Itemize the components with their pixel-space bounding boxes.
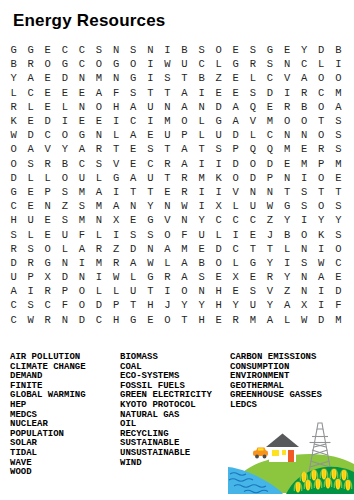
grid-cell-r10c17: N [279,171,296,185]
grid-cell-r19c15: U [244,298,261,312]
grid-cell-r1c4: C [56,43,73,57]
grid-cell-r14c11: F [176,227,193,241]
word-list-column-1: AIR POLLUTIONCLIMATE CHANGEDEMANDFINITEG… [10,353,86,478]
grid-cell-r13c8: E [125,213,142,227]
grid-cell-r16c9: W [142,256,159,270]
grid-cell-r3c1: Y [5,71,22,85]
grid-cell-r7c6: N [90,128,107,142]
grid-cell-r10c3: L [39,171,56,185]
grid-cell-r13c4: S [56,213,73,227]
grid-cell-r2c12: C [193,57,210,71]
grid-cell-r19c8: T [125,298,142,312]
house-icon [266,434,299,463]
grid-cell-r5c1: R [5,100,22,114]
grid-cell-r7c4: O [56,128,73,142]
grid-cell-r3c5: N [73,71,90,85]
grid-cell-r19c3: C [39,298,56,312]
grid-cell-r1c10: I [159,43,176,57]
grid-cell-r11c4: S [56,185,73,199]
grid-cell-r17c12: S [193,270,210,284]
grid-cell-r10c18: I [296,171,313,185]
grid-cell-r2c13: L [210,57,227,71]
grid-cell-r19c12: Y [193,298,210,312]
grid-cell-r7c12: L [193,128,210,142]
grid-cell-r11c13: I [210,185,227,199]
grid-cell-r13c12: Y [193,213,210,227]
grid-cell-r14c4: U [56,227,73,241]
grid-cell-r19c6: D [90,298,107,312]
grid-cell-r10c12: M [193,171,210,185]
grid-cell-r7c15: L [244,128,261,142]
grid-cell-r17c5: N [73,270,90,284]
grid-cell-r2c18: C [296,57,313,71]
grid-cell-r2c4: G [56,57,73,71]
grid-cell-r18c11: O [176,284,193,298]
grid-cell-r12c2: E [22,199,39,213]
grid-cell-r19c17: A [279,298,296,312]
grid-cell-r10c4: O [56,171,73,185]
grid-cell-r16c1: D [5,256,22,270]
grid-cell-r9c14: D [227,157,244,171]
grid-cell-r5c12: N [193,100,210,114]
grid-cell-r17c16: R [261,270,278,284]
grid-cell-r1c5: C [73,43,90,57]
grid-cell-r4c16: D [261,86,278,100]
word-list-item: LEDCS [230,401,322,411]
grid-cell-r16c13: O [210,256,227,270]
grid-cell-r10c1: D [5,171,22,185]
grid-cell-r9c11: A [176,157,193,171]
grid-cell-r8c16: Q [261,142,278,156]
grid-cell-r19c14: Y [227,298,244,312]
grid-cell-r11c6: A [90,185,107,199]
grid-cell-r15c5: A [73,242,90,256]
grid-cell-r20c14: R [227,313,244,327]
grid-cell-r2c19: L [313,57,330,71]
grid-cell-r2c15: R [244,57,261,71]
grid-cell-r6c2: E [22,114,39,128]
grid-cell-r8c10: T [159,142,176,156]
grid-cell-r3c9: I [142,71,159,85]
grid-cell-r2c17: N [279,57,296,71]
grid-cell-r8c4: Y [56,142,73,156]
grid-cell-r9c3: R [39,157,56,171]
grid-cell-r6c11: O [176,114,193,128]
grid-cell-r20c18: W [296,313,313,327]
grid-cell-r16c7: R [108,256,125,270]
grid-cell-r14c7: I [108,227,125,241]
grid-cell-r13c11: N [176,213,193,227]
grid-cell-r6c17: O [279,114,296,128]
grid-cell-r11c20: T [330,185,347,199]
grid-cell-r3c8: G [125,71,142,85]
grid-cell-r11c8: T [125,185,142,199]
grid-cell-r20c17: L [279,313,296,327]
grid-cell-r13c6: N [90,213,107,227]
grid-cell-r20c7: H [108,313,125,327]
grid-cell-r13c16: Z [261,213,278,227]
grid-cell-r10c14: O [227,171,244,185]
grid-cell-r4c11: A [176,86,193,100]
grid-cell-r11c17: T [279,185,296,199]
grid-cell-r12c10: N [159,199,176,213]
grid-cell-r9c18: M [296,157,313,171]
grid-cell-r16c2: R [22,256,39,270]
grid-cell-r8c14: P [227,142,244,156]
grid-cell-r10c15: D [244,171,261,185]
grid-cell-r5c9: U [142,100,159,114]
grid-cell-r1c3: E [39,43,56,57]
grid-cell-r19c11: Y [176,298,193,312]
grid-cell-r16c3: G [39,256,56,270]
grid-cell-r1c20: B [330,43,347,57]
grid-cell-r6c14: A [227,114,244,128]
grid-cell-r3c17: V [279,71,296,85]
grid-cell-r10c11: R [176,171,193,185]
grid-cell-r4c6: A [90,86,107,100]
grid-cell-r18c2: I [22,284,39,298]
grid-cell-r6c20: S [330,114,347,128]
grid-cell-r13c7: X [108,213,125,227]
grid-cell-r8c9: S [142,142,159,156]
grid-cell-r3c7: N [108,71,125,85]
grid-cell-r7c17: N [279,128,296,142]
grid-cell-r7c5: G [73,128,90,142]
grid-cell-r5c17: R [279,100,296,114]
grid-cell-r12c6: M [90,199,107,213]
grid-cell-r11c7: I [108,185,125,199]
grid-cell-r1c6: S [90,43,107,57]
word-list-column-2: BIOMASSCOALECO-SYSTEMSFOSSIL FUELSGREEN … [120,353,212,468]
grid-cell-r9c20: M [330,157,347,171]
grid-cell-r1c2: G [22,43,39,57]
grid-cell-r8c6: R [90,142,107,156]
grid-cell-r19c18: X [296,298,313,312]
grid-cell-r19c1: C [5,298,22,312]
grid-cell-r3c18: A [296,71,313,85]
grid-cell-r14c19: K [313,227,330,241]
grid-cell-r11c1: G [5,185,22,199]
grid-cell-r11c19: T [313,185,330,199]
grid-cell-r7c11: P [176,128,193,142]
grid-cell-r14c8: S [125,227,142,241]
grid-cell-r7c9: E [142,128,159,142]
grid-cell-r18c10: I [159,284,176,298]
grid-cell-r6c7: I [108,114,125,128]
grid-cell-r20c4: N [56,313,73,327]
grid-cell-r4c19: C [313,86,330,100]
grid-cell-r14c17: B [279,227,296,241]
grid-cell-r12c9: Y [142,199,159,213]
grid-cell-r18c16: V [261,284,278,298]
grid-cell-r4c4: E [56,86,73,100]
grid-cell-r11c12: I [193,185,210,199]
grid-cell-r6c8: C [125,114,142,128]
car-icon [253,448,268,459]
grid-cell-r9c8: E [125,157,142,171]
grid-cell-r15c14: C [227,242,244,256]
grid-cell-r8c12: T [193,142,210,156]
grid-cell-r5c20: A [330,100,347,114]
grid-cell-r18c19: I [313,284,330,298]
grid-cell-r3c6: M [90,71,107,85]
grid-cell-r2c2: R [22,57,39,71]
grid-cell-r3c2: A [22,71,39,85]
grid-cell-r20c1: C [5,313,22,327]
grid-cell-r12c15: U [244,199,261,213]
grid-cell-r10c16: P [261,171,278,185]
grid-cell-r13c15: C [244,213,261,227]
grid-cell-r3c12: B [193,71,210,85]
grid-cell-r11c10: E [159,185,176,199]
grid-cell-r3c20: O [330,71,347,85]
grid-cell-r19c16: Y [261,298,278,312]
grid-cell-r14c15: E [244,227,261,241]
grid-cell-r17c11: A [176,270,193,284]
grid-cell-r4c7: F [108,86,125,100]
grid-cell-r17c17: Y [279,270,296,284]
grid-cell-r19c19: I [313,298,330,312]
grid-cell-r7c18: N [296,128,313,142]
grid-cell-r15c6: R [90,242,107,256]
grid-cell-r9c17: E [279,157,296,171]
grid-cell-r20c12: H [193,313,210,327]
grid-cell-r19c7: P [108,298,125,312]
grid-cell-r2c7: G [108,57,125,71]
grid-cell-r15c13: D [210,242,227,256]
grid-cell-r14c3: E [39,227,56,241]
grid-cell-r16c20: C [330,256,347,270]
grid-cell-r14c16: J [261,227,278,241]
grid-cell-r17c15: E [244,270,261,284]
grid-cell-r4c20: M [330,86,347,100]
grid-cell-r16c5: I [73,256,90,270]
grid-cell-r20c8: G [125,313,142,327]
grid-cell-r7c2: D [22,128,39,142]
grid-cell-r6c16: M [261,114,278,128]
grid-cell-r17c4: D [56,270,73,284]
grid-cell-r4c12: I [193,86,210,100]
grid-cell-r17c7: W [108,270,125,284]
grid-cell-r18c17: Z [279,284,296,298]
grid-cell-r13c20: Y [330,213,347,227]
grid-cell-r4c17: I [279,86,296,100]
grid-cell-r14c12: U [193,227,210,241]
grid-cell-r14c18: O [296,227,313,241]
grid-cell-r12c4: Z [56,199,73,213]
grid-cell-r17c1: U [5,270,22,284]
grid-cell-r19c2: S [22,298,39,312]
grid-cell-r9c9: C [142,157,159,171]
grid-cell-r4c9: T [142,86,159,100]
grid-cell-r13c17: Y [279,213,296,227]
grid-cell-r2c3: O [39,57,56,71]
grid-cell-r6c15: V [244,114,261,128]
grid-cell-r1c17: E [279,43,296,57]
grid-cell-r20c9: E [142,313,159,327]
grid-cell-r4c13: E [210,86,227,100]
grid-cell-r1c14: E [227,43,244,57]
grid-cell-r9c5: C [73,157,90,171]
grid-cell-r14c1: S [5,227,22,241]
grid-cell-r10c6: L [90,171,107,185]
grid-cell-r19c5: O [73,298,90,312]
grid-cell-r7c16: C [261,128,278,142]
grid-cell-r17c13: E [210,270,227,284]
grid-cell-r20c5: D [73,313,90,327]
grid-cell-r5c16: E [261,100,278,114]
grid-cell-r17c8: L [125,270,142,284]
grid-cell-r7c10: U [159,128,176,142]
grid-cell-r6c19: T [313,114,330,128]
grid-cell-r11c15: N [244,185,261,199]
grid-cell-r12c11: W [176,199,193,213]
grid-cell-r11c3: P [39,185,56,199]
grid-cell-r7c3: C [39,128,56,142]
grid-cell-r9c2: S [22,157,39,171]
grid-cell-r10c2: L [22,171,39,185]
grid-cell-r20c16: A [261,313,278,327]
grid-cell-r4c18: R [296,86,313,100]
grid-cell-r19c4: F [56,298,73,312]
grid-cell-r16c12: B [193,256,210,270]
grid-cell-r7c7: L [108,128,125,142]
grid-cell-r8c18: E [296,142,313,156]
grid-cell-r10c19: O [313,171,330,185]
grid-cell-r3c16: C [261,71,278,85]
grid-cell-r15c15: T [244,242,261,256]
grid-cell-r18c13: H [210,284,227,298]
grid-cell-r15c2: S [22,242,39,256]
grid-cell-r19c20: F [330,298,347,312]
grid-cell-r18c7: L [108,284,125,298]
grid-cell-r11c11: R [176,185,193,199]
grid-cell-r16c19: W [313,256,330,270]
grid-cell-r19c13: H [210,298,227,312]
grid-cell-r9c16: D [261,157,278,171]
grid-cell-r16c6: M [90,256,107,270]
grid-cell-r15c12: E [193,242,210,256]
grid-cell-r6c9: I [142,114,159,128]
grid-cell-r2c11: U [176,57,193,71]
grid-cell-r2c9: I [142,57,159,71]
grid-cell-r4c1: L [5,86,22,100]
grid-cell-r5c5: N [73,100,90,114]
grid-cell-r1c12: S [193,43,210,57]
grid-cell-r6c10: M [159,114,176,128]
grid-cell-r10c20: E [330,171,347,185]
grid-cell-r1c11: B [176,43,193,57]
grid-cell-r4c15: S [244,86,261,100]
grid-cell-r8c19: R [313,142,330,156]
grid-cell-r10c7: G [108,171,125,185]
grid-cell-r11c14: V [227,185,244,199]
grid-cell-r1c7: N [108,43,125,57]
grid-cell-r11c16: N [261,185,278,199]
grid-cell-r5c8: A [125,100,142,114]
grid-cell-r9c1: O [5,157,22,171]
grid-cell-r5c11: A [176,100,193,114]
grid-cell-r5c7: H [108,100,125,114]
grid-cell-r16c4: N [56,256,73,270]
grid-cell-r8c1: O [5,142,22,156]
grid-cell-r12c12: I [193,199,210,213]
grid-cell-r17c19: A [313,270,330,284]
grid-cell-r5c6: O [90,100,107,114]
grid-cell-r12c13: X [210,199,227,213]
grid-cell-r11c5: M [73,185,90,199]
grid-cell-r6c5: E [73,114,90,128]
grid-cell-r12c18: S [296,199,313,213]
grid-cell-r5c4: L [56,100,73,114]
grid-cell-r14c2: L [22,227,39,241]
grid-cell-r2c10: W [159,57,176,71]
grid-cell-r1c1: G [5,43,22,57]
grid-cell-r12c17: G [279,199,296,213]
grid-cell-r2c8: O [125,57,142,71]
grid-cell-r5c2: L [22,100,39,114]
grid-cell-r20c13: E [210,313,227,327]
grid-cell-r13c2: U [22,213,39,227]
grid-cell-r13c19: Y [313,213,330,227]
grid-cell-r8c17: M [279,142,296,156]
grid-cell-r7c1: W [5,128,22,142]
grid-cell-r14c14: I [227,227,244,241]
grid-cell-r15c11: M [176,242,193,256]
grid-cell-r13c9: G [142,213,159,227]
grid-cell-r4c3: E [39,86,56,100]
grid-cell-r2c20: I [330,57,347,71]
grid-cell-r18c18: N [296,284,313,298]
grid-cell-r5c13: D [210,100,227,114]
grid-cell-r16c10: L [159,256,176,270]
grid-cell-r8c15: Q [244,142,261,156]
grid-cell-r1c19: D [313,43,330,57]
grid-cell-r14c6: L [90,227,107,241]
grid-cell-r9c19: P [313,157,330,171]
grid-cell-r8c7: T [108,142,125,156]
grid-cell-r15c4: L [56,242,73,256]
grid-cell-r12c3: N [39,199,56,213]
grid-cell-r14c9: S [142,227,159,241]
grid-cell-r7c13: U [210,128,227,142]
grid-cell-r18c8: U [125,284,142,298]
grid-cell-r12c1: C [5,199,22,213]
grid-cell-r18c20: D [330,284,347,298]
grid-cell-r18c3: R [39,284,56,298]
grid-cell-r15c19: I [313,242,330,256]
grid-cell-r5c19: O [313,100,330,114]
grid-cell-r14c10: O [159,227,176,241]
grid-cell-r19c9: H [142,298,159,312]
grid-cell-r11c18: S [296,185,313,199]
grid-cell-r18c4: P [56,284,73,298]
grid-cell-r9c10: R [159,157,176,171]
grid-cell-r3c15: L [244,71,261,85]
grid-cell-r3c11: T [176,71,193,85]
grid-cell-r3c13: Z [210,71,227,85]
grid-cell-r12c20: S [330,199,347,213]
grid-cell-r16c15: G [244,256,261,270]
grid-cell-r15c7: Z [108,242,125,256]
grid-cell-r11c2: E [22,185,39,199]
grid-cell-r10c8: A [125,171,142,185]
word-list-item: WOOD [10,468,86,478]
grid-cell-r13c14: C [227,213,244,227]
grid-cell-r4c5: E [73,86,90,100]
grid-cell-r4c8: S [125,86,142,100]
grid-cell-r17c18: N [296,270,313,284]
